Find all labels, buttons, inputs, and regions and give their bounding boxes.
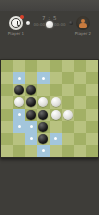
cell-d3[interactable]	[37, 84, 49, 96]
left-player-name: Player 1	[1, 31, 31, 36]
black-disc	[14, 85, 24, 95]
cell-f1[interactable]	[62, 60, 74, 72]
left-player-avatar[interactable]	[9, 16, 23, 30]
cell-c6[interactable]	[25, 121, 37, 133]
cell-d1[interactable]	[37, 60, 49, 72]
white-disc	[63, 110, 73, 120]
person-icon	[81, 19, 85, 23]
cell-b2[interactable]	[13, 72, 25, 84]
cell-e8[interactable]	[50, 145, 62, 157]
black-disc	[38, 122, 48, 132]
legal-move-hint-dot	[54, 137, 57, 140]
cell-a2[interactable]	[1, 72, 13, 84]
cell-e2[interactable]	[50, 72, 62, 84]
cell-g4[interactable]	[74, 96, 86, 108]
notification-badge	[20, 15, 24, 19]
cell-a3[interactable]	[1, 84, 13, 96]
legal-move-hint-dot	[30, 125, 33, 128]
cell-c7[interactable]	[25, 133, 37, 145]
cell-c5[interactable]	[25, 109, 37, 121]
cell-h8[interactable]	[86, 145, 98, 157]
cell-h6[interactable]	[86, 121, 98, 133]
cell-h1[interactable]	[86, 60, 98, 72]
turn-indicator-white-disc	[46, 21, 53, 28]
black-disc	[38, 134, 48, 144]
legal-move-hint-dot	[42, 149, 45, 152]
cell-c1[interactable]	[25, 60, 37, 72]
cell-c8[interactable]	[25, 145, 37, 157]
white-disc	[14, 97, 24, 107]
cell-f8[interactable]	[62, 145, 74, 157]
cell-b4[interactable]	[13, 96, 25, 108]
cell-f3[interactable]	[62, 84, 74, 96]
cell-f5[interactable]	[62, 109, 74, 121]
cell-a8[interactable]	[1, 145, 13, 157]
cell-f6[interactable]	[62, 121, 74, 133]
clock-icon	[11, 18, 21, 28]
cell-g3[interactable]	[74, 84, 86, 96]
right-player-avatar[interactable]	[76, 16, 90, 30]
cell-a5[interactable]	[1, 109, 13, 121]
cell-g6[interactable]	[74, 121, 86, 133]
cell-g5[interactable]	[74, 109, 86, 121]
cell-g2[interactable]	[74, 72, 86, 84]
cell-g1[interactable]	[74, 60, 86, 72]
cell-e1[interactable]	[50, 60, 62, 72]
cell-b6[interactable]	[13, 121, 25, 133]
white-disc	[51, 110, 61, 120]
legal-move-hint-dot	[18, 113, 21, 116]
cell-b1[interactable]	[13, 60, 25, 72]
right-player-name: Player 2	[68, 31, 98, 36]
cell-a6[interactable]	[1, 121, 13, 133]
board-frame	[0, 59, 99, 158]
cell-d8[interactable]	[37, 145, 49, 157]
cell-b7[interactable]	[13, 133, 25, 145]
legal-move-hint-dot	[30, 137, 33, 140]
cell-d7[interactable]	[37, 133, 49, 145]
cell-h5[interactable]	[86, 109, 98, 121]
top-bar: Player 1 7 : 5 00:00 00:00 Player 2	[0, 11, 99, 55]
cell-d6[interactable]	[37, 121, 49, 133]
cell-g7[interactable]	[74, 133, 86, 145]
left-timer: 00:00	[29, 22, 45, 27]
cell-f7[interactable]	[62, 133, 74, 145]
cell-d5[interactable]	[37, 109, 49, 121]
black-disc	[26, 97, 36, 107]
cell-d4[interactable]	[37, 96, 49, 108]
cell-b5[interactable]	[13, 109, 25, 121]
right-timer: 00:00	[54, 22, 70, 27]
black-disc	[26, 110, 36, 120]
black-disc	[38, 110, 48, 120]
cell-e4[interactable]	[50, 96, 62, 108]
cell-h3[interactable]	[86, 84, 98, 96]
cell-e3[interactable]	[50, 84, 62, 96]
cell-e5[interactable]	[50, 109, 62, 121]
cell-c3[interactable]	[25, 84, 37, 96]
cell-e7[interactable]	[50, 133, 62, 145]
cell-c2[interactable]	[25, 72, 37, 84]
cell-f2[interactable]	[62, 72, 74, 84]
cell-a7[interactable]	[1, 133, 13, 145]
cell-g8[interactable]	[74, 145, 86, 157]
cell-a1[interactable]	[1, 60, 13, 72]
status-bar	[0, 0, 99, 11]
cell-h4[interactable]	[86, 96, 98, 108]
othello-app-screen: Player 1 7 : 5 00:00 00:00 Player 2	[0, 0, 99, 215]
cell-f4[interactable]	[62, 96, 74, 108]
black-disc	[26, 85, 36, 95]
cell-b3[interactable]	[13, 84, 25, 96]
legal-move-hint-dot	[42, 77, 45, 80]
cell-c4[interactable]	[25, 96, 37, 108]
right-player-color-disc	[69, 21, 73, 25]
legal-move-hint-dot	[18, 77, 21, 80]
othello-board	[1, 60, 98, 157]
white-disc	[51, 97, 61, 107]
white-disc	[38, 97, 48, 107]
cell-e6[interactable]	[50, 121, 62, 133]
legal-move-hint-dot	[18, 125, 21, 128]
cell-h7[interactable]	[86, 133, 98, 145]
cell-h2[interactable]	[86, 72, 98, 84]
cell-b8[interactable]	[13, 145, 25, 157]
cell-a4[interactable]	[1, 96, 13, 108]
cell-d2[interactable]	[37, 72, 49, 84]
